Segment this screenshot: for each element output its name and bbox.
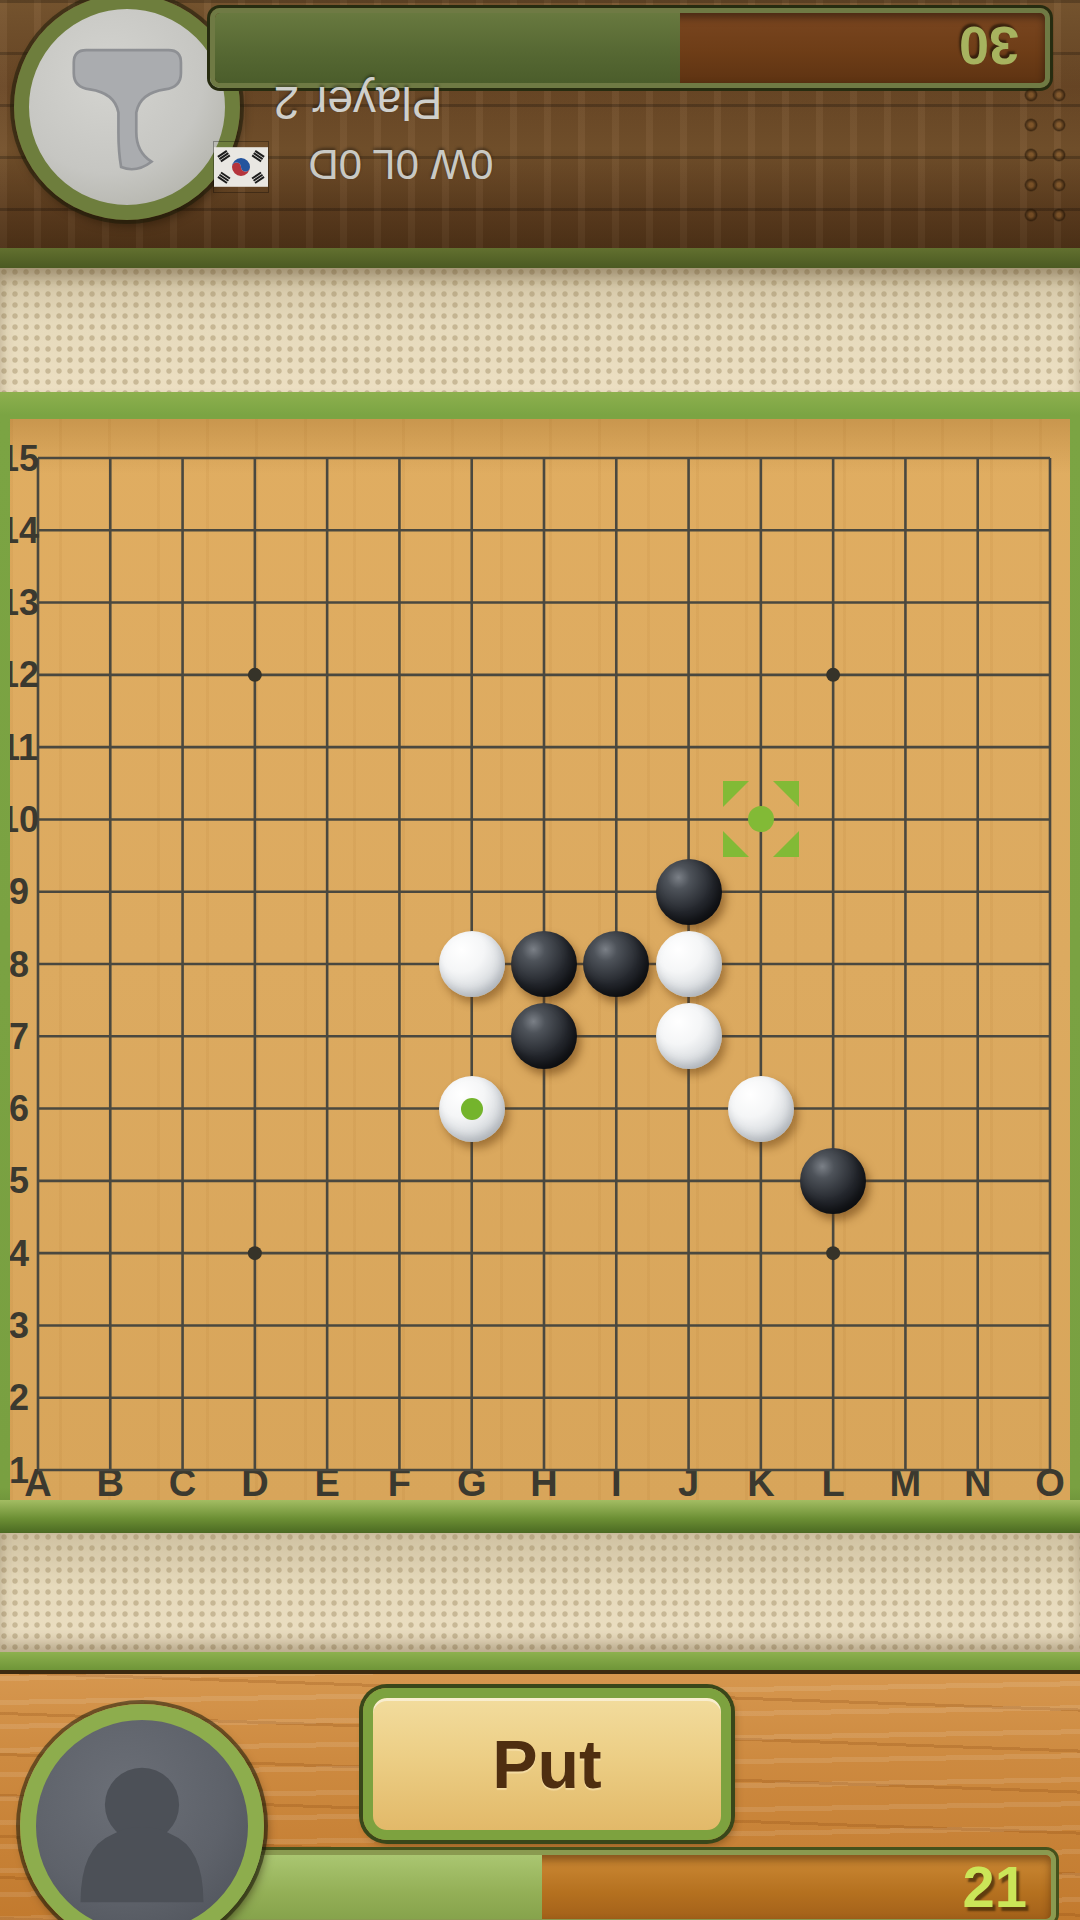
white-stone-K6	[728, 1076, 794, 1142]
white-stone-J8	[656, 931, 722, 997]
opponent-avatar	[14, 0, 240, 220]
opponent-win-loss-draw-record: 0W 0L 0D	[276, 140, 526, 188]
svg-text:C: C	[169, 1462, 196, 1500]
svg-text:M: M	[890, 1462, 922, 1500]
svg-text:K: K	[747, 1462, 775, 1500]
black-stone-H7	[511, 1003, 577, 1069]
opponent-timer-value: 30	[959, 15, 1019, 77]
black-stone-L5	[800, 1148, 866, 1214]
svg-text:B: B	[97, 1462, 124, 1500]
player-panel: Put 21	[0, 1652, 1080, 1920]
svg-text:3: 3	[10, 1305, 29, 1346]
svg-text:12: 12	[10, 654, 39, 695]
svg-text:15: 15	[10, 438, 39, 479]
board-frame: 15A14B13C12D11E10F9G8H7I6J5K4L3M2N1O	[0, 392, 1080, 1533]
svg-text:1: 1	[10, 1450, 29, 1491]
svg-text:8: 8	[10, 944, 29, 985]
svg-text:7: 7	[10, 1016, 29, 1057]
put-button[interactable]: Put	[363, 1688, 731, 1840]
svg-text:G: G	[457, 1462, 487, 1500]
placement-cursor	[711, 769, 811, 869]
svg-text:4: 4	[10, 1233, 29, 1274]
person-silhouette-icon	[36, 1720, 248, 1920]
svg-text:O: O	[1035, 1462, 1065, 1500]
panel-divider-strip	[0, 248, 1080, 268]
black-stone-H8	[511, 931, 577, 997]
goban-board[interactable]: 15A14B13C12D11E10F9G8H7I6J5K4L3M2N1O	[10, 419, 1070, 1500]
player-timer-value: 21	[962, 1853, 1027, 1920]
rivet-decoration	[1020, 84, 1076, 234]
south-korea-flag-icon	[214, 142, 268, 192]
svg-text:5: 5	[10, 1160, 29, 1201]
svg-text:10: 10	[10, 799, 39, 840]
svg-text:L: L	[822, 1462, 845, 1500]
last-move-marker	[461, 1098, 483, 1120]
svg-text:J: J	[678, 1462, 699, 1500]
omok-game-screen: 30 Player 2 0W 0L 0D 15A14B13C12D11E10F9…	[0, 0, 1080, 1920]
svg-text:I: I	[611, 1462, 622, 1500]
svg-text:H: H	[530, 1462, 557, 1500]
player-timer-bar: 21	[168, 1850, 1056, 1920]
white-stone-G8	[439, 931, 505, 997]
black-stone-I8	[583, 931, 649, 997]
svg-text:2: 2	[10, 1377, 29, 1418]
dotted-background-bottom	[0, 1533, 1080, 1652]
svg-text:F: F	[388, 1462, 411, 1500]
dotted-background-top	[0, 268, 1080, 392]
svg-text:D: D	[241, 1462, 268, 1500]
white-piece-avatar-icon	[47, 21, 208, 193]
player-avatar	[20, 1704, 264, 1920]
white-stone-G6	[439, 1076, 505, 1142]
svg-text:E: E	[314, 1462, 339, 1500]
panel-top-edge	[0, 1652, 1080, 1674]
svg-text:9: 9	[10, 871, 29, 912]
svg-text:11: 11	[10, 727, 38, 768]
svg-text:N: N	[964, 1462, 991, 1500]
svg-text:6: 6	[10, 1088, 29, 1129]
opponent-timer-fill	[215, 13, 680, 83]
white-stone-J7	[656, 1003, 722, 1069]
svg-text:13: 13	[10, 582, 39, 623]
opponent-panel: 30 Player 2 0W 0L 0D	[0, 0, 1080, 248]
opponent-name: Player 2	[238, 76, 478, 130]
svg-text:14: 14	[10, 510, 39, 551]
